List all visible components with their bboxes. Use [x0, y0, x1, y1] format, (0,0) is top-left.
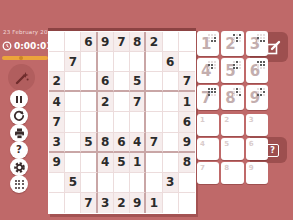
box-completion-grid-icon	[233, 88, 241, 96]
sudoku-grid: 697827626574271763586479945185373291	[49, 32, 195, 213]
sudoku-app: 23 February 2018 0:00:01 ?	[0, 0, 293, 220]
sudoku-cell-r7c6[interactable]: 1	[130, 153, 146, 173]
help-button[interactable]: ?	[10, 141, 28, 159]
gear-icon	[13, 161, 26, 174]
timer: 0:00:01	[2, 41, 53, 51]
sudoku-cell-r1c8[interactable]	[163, 32, 179, 52]
progress-bar[interactable]	[2, 56, 48, 60]
sudoku-cell-r4c4[interactable]: 2	[98, 92, 114, 112]
sudoku-cell-r9c5[interactable]: 2	[114, 193, 130, 213]
magic-wand-icon	[14, 70, 30, 86]
sudoku-cell-r9c4[interactable]: 3	[98, 193, 114, 213]
sudoku-cell-r8c7[interactable]	[146, 173, 162, 193]
sudoku-cell-r6c7[interactable]: 7	[146, 133, 162, 153]
sudoku-cell-r3c1[interactable]: 2	[49, 72, 65, 92]
box-completion-grid-icon	[257, 88, 265, 96]
clock-icon	[2, 41, 12, 51]
sudoku-cell-r9c8[interactable]	[163, 193, 179, 213]
box-completion-grid-icon	[257, 34, 265, 42]
pause-icon	[16, 96, 22, 103]
sudoku-cell-r2c9[interactable]	[179, 52, 195, 72]
sudoku-cell-r9c6[interactable]: 9	[130, 193, 146, 213]
notes-button-7[interactable]: 7	[197, 162, 219, 184]
box-completion-grid-icon	[233, 34, 241, 42]
sudoku-cell-r1c4[interactable]: 9	[98, 32, 114, 52]
notes-digit: 5	[224, 140, 229, 148]
numpad-button-8[interactable]: 8	[221, 85, 243, 110]
sudoku-cell-r8c6[interactable]	[130, 173, 146, 193]
settings-button[interactable]	[10, 158, 28, 176]
box-completion-grid-icon	[208, 61, 216, 69]
sudoku-cell-r3c4[interactable]: 6	[98, 72, 114, 92]
sudoku-cell-r5c3[interactable]	[81, 112, 97, 132]
sudoku-cell-r4c7[interactable]	[146, 92, 162, 112]
sudoku-cell-r8c1[interactable]	[49, 173, 65, 193]
sudoku-cell-r2c3[interactable]	[81, 52, 97, 72]
sudoku-cell-r5c1[interactable]: 7	[49, 112, 65, 132]
sudoku-cell-r7c9[interactable]: 8	[179, 153, 195, 173]
notes-digit: 3	[249, 116, 254, 124]
sudoku-cell-r9c7[interactable]: 1	[146, 193, 162, 213]
sudoku-cell-r3c2[interactable]	[65, 72, 81, 92]
numpad-button-6[interactable]: 6	[246, 58, 268, 83]
sudoku-cell-r4c2[interactable]	[65, 92, 81, 112]
notes-digit: 6	[249, 140, 254, 148]
print-button[interactable]	[10, 124, 28, 142]
sudoku-cell-r8c4[interactable]	[98, 173, 114, 193]
sudoku-cell-r1c2[interactable]	[65, 32, 81, 52]
sudoku-cell-r6c6[interactable]: 4	[130, 133, 146, 153]
notes-digit: 7	[200, 164, 205, 172]
sudoku-cell-r6c4[interactable]: 8	[98, 133, 114, 153]
sudoku-cell-r7c5[interactable]: 5	[114, 153, 130, 173]
sudoku-cell-r4c5[interactable]	[114, 92, 130, 112]
notes-digit: 4	[200, 140, 205, 148]
sudoku-cell-r7c3[interactable]	[81, 153, 97, 173]
sudoku-cell-r5c7[interactable]	[146, 112, 162, 132]
numpad-button-4[interactable]: 4	[197, 58, 219, 83]
sudoku-cell-r9c1[interactable]	[49, 193, 65, 213]
notes-digit: 8	[224, 164, 229, 172]
sudoku-cell-r7c8[interactable]	[163, 153, 179, 173]
notes-button-8[interactable]: 8	[221, 162, 243, 184]
sudoku-cell-r5c9[interactable]: 6	[179, 112, 195, 132]
sudoku-cell-r6c9[interactable]: 9	[179, 133, 195, 153]
notes-digit: 2	[224, 116, 229, 124]
progress-handle[interactable]	[19, 56, 23, 60]
sudoku-cell-r3c7[interactable]	[146, 72, 162, 92]
sudoku-cell-r2c2[interactable]: 7	[65, 52, 81, 72]
sudoku-cell-r6c3[interactable]: 5	[81, 133, 97, 153]
sudoku-cell-r3c6[interactable]: 5	[130, 72, 146, 92]
sudoku-cell-r5c4[interactable]	[98, 112, 114, 132]
numpad-button-1[interactable]: 1	[197, 31, 219, 56]
notes-button-5[interactable]: 5	[221, 138, 243, 160]
sudoku-cell-r2c8[interactable]: 6	[163, 52, 179, 72]
notes-pad: 123456789	[197, 114, 268, 184]
notes-button-3[interactable]: 3	[246, 114, 268, 136]
more-games-button[interactable]	[10, 175, 28, 193]
restart-icon	[13, 110, 25, 122]
numpad-button-7[interactable]: 7	[197, 85, 219, 110]
numpad-button-2[interactable]: 2	[221, 31, 243, 56]
sudoku-cell-r6c2[interactable]	[65, 133, 81, 153]
sudoku-cell-r1c6[interactable]: 8	[130, 32, 146, 52]
notes-button-9[interactable]: 9	[246, 162, 268, 184]
sudoku-cell-r1c9[interactable]	[179, 32, 195, 52]
sudoku-cell-r3c3[interactable]	[81, 72, 97, 92]
sudoku-cell-r7c7[interactable]	[146, 153, 162, 173]
restart-button[interactable]	[10, 107, 28, 125]
sudoku-cell-r9c3[interactable]: 7	[81, 193, 97, 213]
numpad-button-9[interactable]: 9	[246, 85, 268, 110]
sudoku-cell-r5c6[interactable]	[130, 112, 146, 132]
sudoku-cell-r4c8[interactable]	[163, 92, 179, 112]
sudoku-cell-r8c9[interactable]	[179, 173, 195, 193]
sudoku-cell-r1c7[interactable]: 2	[146, 32, 162, 52]
sudoku-cell-r3c8[interactable]	[163, 72, 179, 92]
sudoku-cell-r1c1[interactable]	[49, 32, 65, 52]
sudoku-cell-r7c2[interactable]	[65, 153, 81, 173]
notes-button-6[interactable]: 6	[246, 138, 268, 160]
sudoku-cell-r1c3[interactable]: 6	[81, 32, 97, 52]
sudoku-cell-r8c3[interactable]	[81, 173, 97, 193]
timer-value: 0:00:01	[14, 41, 53, 51]
sudoku-cell-r2c6[interactable]	[130, 52, 146, 72]
sudoku-cell-r3c5[interactable]	[114, 72, 130, 92]
sudoku-cell-r5c5[interactable]	[114, 112, 130, 132]
notes-button-2[interactable]: 2	[221, 114, 243, 136]
sudoku-cell-r6c1[interactable]: 3	[49, 133, 65, 153]
box-completion-grid-icon	[257, 61, 265, 69]
grid-menu-icon	[15, 180, 24, 189]
sudoku-cell-r6c8[interactable]	[163, 133, 179, 153]
sudoku-cell-r2c4[interactable]	[98, 52, 114, 72]
notes-button-4[interactable]: 4	[197, 138, 219, 160]
sudoku-cell-r8c2[interactable]: 5	[65, 173, 81, 193]
numpad-button-5[interactable]: 5	[221, 58, 243, 83]
sudoku-cell-r1c5[interactable]: 7	[114, 32, 130, 52]
sudoku-cell-r4c9[interactable]: 1	[179, 92, 195, 112]
sudoku-cell-r2c5[interactable]	[114, 52, 130, 72]
question-mark-icon: ?	[16, 145, 22, 155]
pencil-edit-icon	[266, 40, 281, 55]
notes-button-1[interactable]: 1	[197, 114, 219, 136]
sudoku-cell-r6c5[interactable]: 6	[114, 133, 130, 153]
sudoku-cell-r5c2[interactable]	[65, 112, 81, 132]
sudoku-cell-r2c1[interactable]	[49, 52, 65, 72]
sudoku-cell-r9c2[interactable]	[65, 193, 81, 213]
sudoku-board: 697827626574271763586479945185373291	[48, 28, 196, 214]
pause-button[interactable]	[10, 90, 28, 108]
sudoku-cell-r5c8[interactable]	[163, 112, 179, 132]
sudoku-cell-r3c9[interactable]: 7	[179, 72, 195, 92]
box-completion-grid-icon	[208, 88, 216, 96]
sudoku-cell-r7c1[interactable]: 9	[49, 153, 65, 173]
printer-icon	[14, 128, 25, 139]
sudoku-cell-r7c4[interactable]: 4	[98, 153, 114, 173]
sudoku-cell-r4c1[interactable]: 4	[49, 92, 65, 112]
box-completion-grid-icon	[233, 61, 241, 69]
sudoku-cell-r8c5[interactable]	[114, 173, 130, 193]
number-pad: 123456789	[197, 31, 268, 110]
sudoku-cell-r2c7[interactable]	[146, 52, 162, 72]
sudoku-cell-r9c9[interactable]	[179, 193, 195, 213]
sudoku-cell-r8c8[interactable]: 3	[163, 173, 179, 193]
sudoku-cell-r4c3[interactable]	[81, 92, 97, 112]
notes-digit: 1	[200, 116, 205, 124]
hint-button[interactable]	[8, 64, 35, 91]
numpad-button-3[interactable]: 3	[246, 31, 268, 56]
sudoku-cell-r4c6[interactable]: 7	[130, 92, 146, 112]
notes-digit: 9	[249, 164, 254, 172]
box-completion-grid-icon	[208, 34, 216, 42]
